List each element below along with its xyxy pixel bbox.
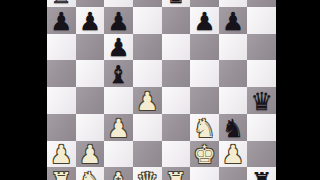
square-b2[interactable]: ♟ xyxy=(76,141,105,168)
square-d3[interactable] xyxy=(133,114,162,141)
square-e8[interactable]: ♚ xyxy=(162,0,191,7)
white-pawn[interactable]: ♟ xyxy=(107,116,129,141)
square-f6[interactable] xyxy=(190,34,219,61)
square-d8[interactable] xyxy=(133,0,162,7)
square-g3[interactable]: ♞ xyxy=(219,114,248,141)
square-b7[interactable]: ♟ xyxy=(76,7,105,34)
white-knight[interactable]: ♞ xyxy=(79,169,101,180)
square-g4[interactable] xyxy=(219,87,248,114)
square-d6[interactable] xyxy=(133,34,162,61)
square-c2[interactable] xyxy=(104,141,133,168)
square-c1[interactable]: ♝ xyxy=(104,167,133,180)
square-e2[interactable] xyxy=(162,141,191,168)
square-c3[interactable]: ♟ xyxy=(104,114,133,141)
square-d1[interactable]: ♛ xyxy=(133,167,162,180)
white-bishop[interactable]: ♝ xyxy=(107,169,129,180)
square-c6[interactable]: ♟ xyxy=(104,34,133,61)
black-rook[interactable]: ♜ xyxy=(250,169,272,180)
square-f4[interactable] xyxy=(190,87,219,114)
white-pawn[interactable]: ♟ xyxy=(50,142,72,167)
square-g1[interactable] xyxy=(219,167,248,180)
letterbox-right xyxy=(276,0,320,180)
square-b5[interactable] xyxy=(76,60,105,87)
white-queen[interactable]: ♛ xyxy=(136,169,158,180)
square-a6[interactable] xyxy=(47,34,76,61)
black-pawn[interactable]: ♟ xyxy=(222,9,244,34)
square-b6[interactable] xyxy=(76,34,105,61)
white-knight[interactable]: ♞ xyxy=(193,116,215,141)
square-f3[interactable]: ♞ xyxy=(190,114,219,141)
square-g2[interactable]: ♟ xyxy=(219,141,248,168)
square-a1[interactable]: ♜ xyxy=(47,167,76,180)
square-d7[interactable] xyxy=(133,7,162,34)
black-bishop[interactable]: ♝ xyxy=(107,62,129,87)
letterbox-left xyxy=(0,0,47,180)
square-f5[interactable] xyxy=(190,60,219,87)
white-pawn[interactable]: ♟ xyxy=(222,142,244,167)
square-c4[interactable] xyxy=(104,87,133,114)
square-c7[interactable]: ♟ xyxy=(104,7,133,34)
black-queen[interactable]: ♛ xyxy=(250,89,272,114)
square-h7[interactable] xyxy=(247,7,276,34)
black-knight[interactable]: ♞ xyxy=(222,116,244,141)
square-c5[interactable]: ♝ xyxy=(104,60,133,87)
square-h6[interactable] xyxy=(247,34,276,61)
square-e6[interactable] xyxy=(162,34,191,61)
chess-board: ♜♚♟♟♟♟♟♟♝♟♛♟♞♞♟♟♚♟♜♞♝♛♜♜ xyxy=(47,0,276,180)
black-pawn[interactable]: ♟ xyxy=(50,9,72,34)
white-rook[interactable]: ♜ xyxy=(50,169,72,180)
square-f1[interactable] xyxy=(190,167,219,180)
black-pawn[interactable]: ♟ xyxy=(79,9,101,34)
black-pawn[interactable]: ♟ xyxy=(193,9,215,34)
black-pawn[interactable]: ♟ xyxy=(107,9,129,34)
square-d2[interactable] xyxy=(133,141,162,168)
black-pawn[interactable]: ♟ xyxy=(107,35,129,60)
white-pawn[interactable]: ♟ xyxy=(79,142,101,167)
square-e5[interactable] xyxy=(162,60,191,87)
square-f2[interactable]: ♚ xyxy=(190,141,219,168)
square-a2[interactable]: ♟ xyxy=(47,141,76,168)
square-h1[interactable]: ♜ xyxy=(247,167,276,180)
square-g5[interactable] xyxy=(219,60,248,87)
square-h4[interactable]: ♛ xyxy=(247,87,276,114)
square-a3[interactable] xyxy=(47,114,76,141)
square-g7[interactable]: ♟ xyxy=(219,7,248,34)
square-a5[interactable] xyxy=(47,60,76,87)
square-b3[interactable] xyxy=(76,114,105,141)
square-e4[interactable] xyxy=(162,87,191,114)
square-h8[interactable] xyxy=(247,0,276,7)
white-rook[interactable]: ♜ xyxy=(165,169,187,180)
square-g6[interactable] xyxy=(219,34,248,61)
square-h5[interactable] xyxy=(247,60,276,87)
square-e7[interactable] xyxy=(162,7,191,34)
square-h3[interactable] xyxy=(247,114,276,141)
square-b4[interactable] xyxy=(76,87,105,114)
white-king[interactable]: ♚ xyxy=(193,142,215,167)
square-e3[interactable] xyxy=(162,114,191,141)
square-a4[interactable] xyxy=(47,87,76,114)
white-pawn[interactable]: ♟ xyxy=(136,89,158,114)
video-frame: ♜♚♟♟♟♟♟♟♝♟♛♟♞♞♟♟♚♟♜♞♝♛♜♜ xyxy=(0,0,320,180)
square-e1[interactable]: ♜ xyxy=(162,167,191,180)
square-d5[interactable] xyxy=(133,60,162,87)
square-f7[interactable]: ♟ xyxy=(190,7,219,34)
square-b1[interactable]: ♞ xyxy=(76,167,105,180)
square-a7[interactable]: ♟ xyxy=(47,7,76,34)
square-h2[interactable] xyxy=(247,141,276,168)
square-d4[interactable]: ♟ xyxy=(133,87,162,114)
